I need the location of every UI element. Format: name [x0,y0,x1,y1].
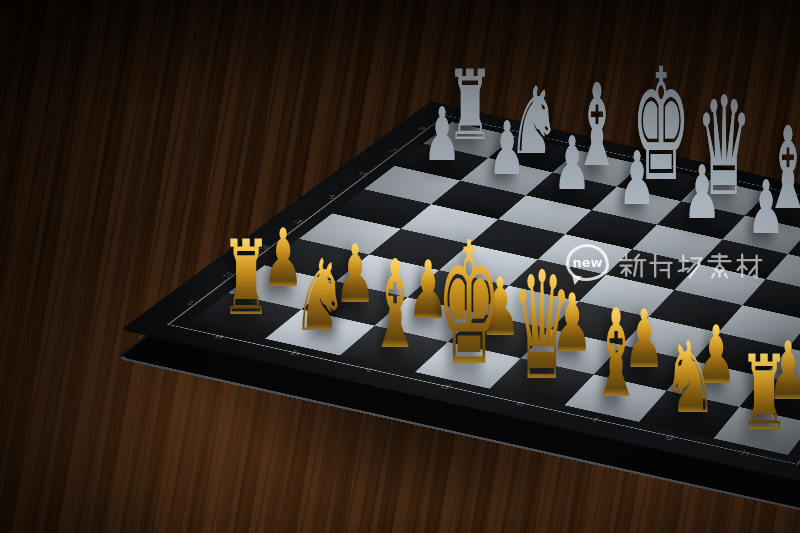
chess-stock-photo: abcdefgh12345678 ♜♞♝♚♛♝♞♜♟♟♟♟♟♟♟♟♟♟♟♟♟♟♟… [0,0,800,533]
